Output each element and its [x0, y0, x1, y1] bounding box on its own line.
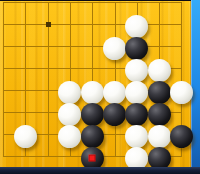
stone-white: [125, 81, 148, 104]
bottom-bar: [0, 167, 200, 174]
star-point: [46, 22, 51, 27]
right-panel-strip: [191, 0, 200, 167]
stone-white: [125, 15, 148, 38]
stone-white: [58, 103, 81, 126]
stone-white: [170, 81, 193, 104]
stone-black: [148, 103, 171, 126]
stone-black: [81, 103, 104, 126]
stone-white: [81, 81, 104, 104]
stone-white: [148, 59, 171, 82]
stone-black: [125, 103, 148, 126]
stone-black: [170, 125, 193, 148]
last-move-marker: [89, 155, 96, 162]
stone-black: [125, 37, 148, 60]
grid-line-horizontal: [3, 2, 182, 3]
stone-black: [148, 81, 171, 104]
grid-line-horizontal: [3, 46, 182, 47]
stone-black: [81, 125, 104, 148]
go-app-screenshot: [0, 0, 200, 174]
stone-white: [125, 59, 148, 82]
stone-black: [103, 103, 126, 126]
stone-white: [148, 125, 171, 148]
stone-white: [58, 125, 81, 148]
grid-line-horizontal: [3, 24, 182, 25]
stone-white: [58, 81, 81, 104]
stone-white: [103, 81, 126, 104]
go-board[interactable]: [0, 1, 191, 167]
stone-white: [125, 125, 148, 148]
stone-white: [103, 37, 126, 60]
stone-white: [14, 125, 37, 148]
